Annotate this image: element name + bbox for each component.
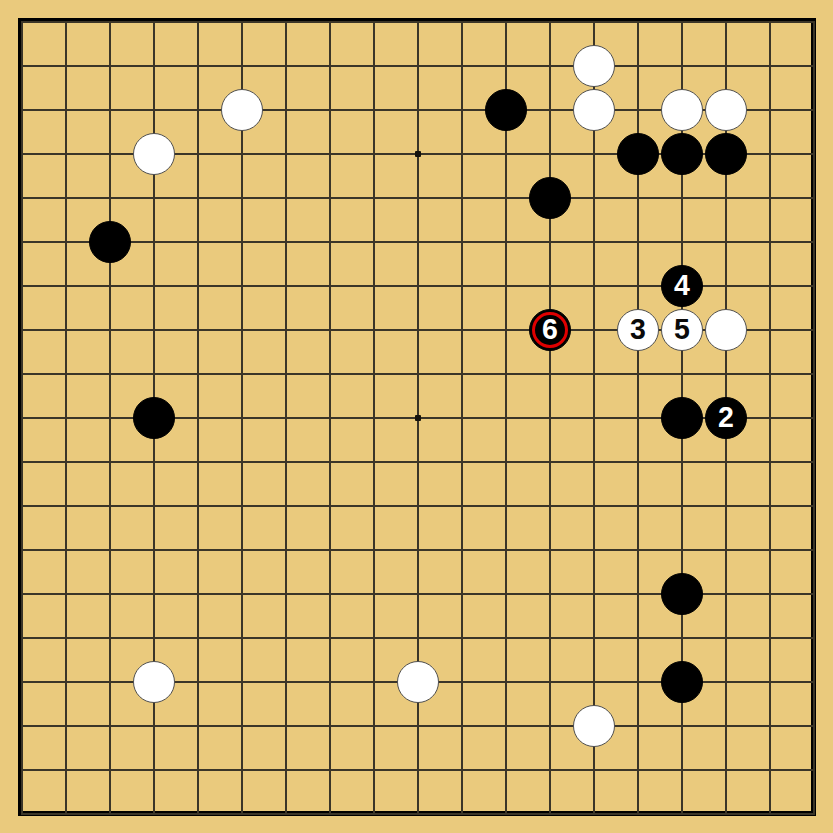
grid-line-vertical — [461, 21, 463, 815]
black-stone-Q10[interactable] — [661, 397, 703, 439]
grid-line-vertical — [593, 21, 595, 815]
black-stone-C14[interactable] — [89, 221, 131, 263]
white-stone-O17[interactable] — [573, 89, 615, 131]
go-board-diagram: 46352 — [0, 0, 833, 833]
grid-line-horizontal — [21, 813, 815, 815]
white-stone-K4[interactable] — [397, 661, 439, 703]
grid-line-horizontal — [21, 637, 815, 639]
grid-line-vertical — [769, 21, 771, 815]
white-stone-O3[interactable] — [573, 705, 615, 747]
black-stone-Q13[interactable]: 4 — [661, 265, 703, 307]
white-stone-O18[interactable] — [573, 45, 615, 87]
white-stone-D4[interactable] — [133, 661, 175, 703]
black-stone-Q4[interactable] — [661, 661, 703, 703]
white-stone-Q12[interactable]: 5 — [661, 309, 703, 351]
grid-line-vertical — [813, 21, 815, 815]
star-point — [415, 415, 421, 421]
white-stone-R17[interactable] — [705, 89, 747, 131]
grid-line-vertical — [505, 21, 507, 815]
white-stone-R12[interactable] — [705, 309, 747, 351]
grid-line-horizontal — [21, 549, 815, 551]
grid-line-horizontal — [21, 505, 815, 507]
move-number-label: 6 — [542, 314, 558, 344]
move-number-label: 5 — [674, 314, 690, 344]
black-stone-N15[interactable] — [529, 177, 571, 219]
black-stone-D10[interactable] — [133, 397, 175, 439]
star-point — [415, 151, 421, 157]
black-stone-R10[interactable]: 2 — [705, 397, 747, 439]
black-stone-P16[interactable] — [617, 133, 659, 175]
white-stone-Q17[interactable] — [661, 89, 703, 131]
grid-line-horizontal — [21, 725, 815, 727]
grid-line-vertical — [549, 21, 551, 815]
black-stone-R16[interactable] — [705, 133, 747, 175]
black-stone-N12[interactable]: 6 — [529, 309, 571, 351]
white-stone-F17[interactable] — [221, 89, 263, 131]
move-number-label: 4 — [674, 270, 690, 300]
grid-line-horizontal — [21, 769, 815, 771]
move-number-label: 3 — [630, 314, 646, 344]
grid-line-horizontal — [21, 461, 815, 463]
black-stone-M17[interactable] — [485, 89, 527, 131]
black-stone-Q6[interactable] — [661, 573, 703, 615]
white-stone-P12[interactable]: 3 — [617, 309, 659, 351]
white-stone-D16[interactable] — [133, 133, 175, 175]
move-number-label: 2 — [718, 402, 734, 432]
black-stone-Q16[interactable] — [661, 133, 703, 175]
